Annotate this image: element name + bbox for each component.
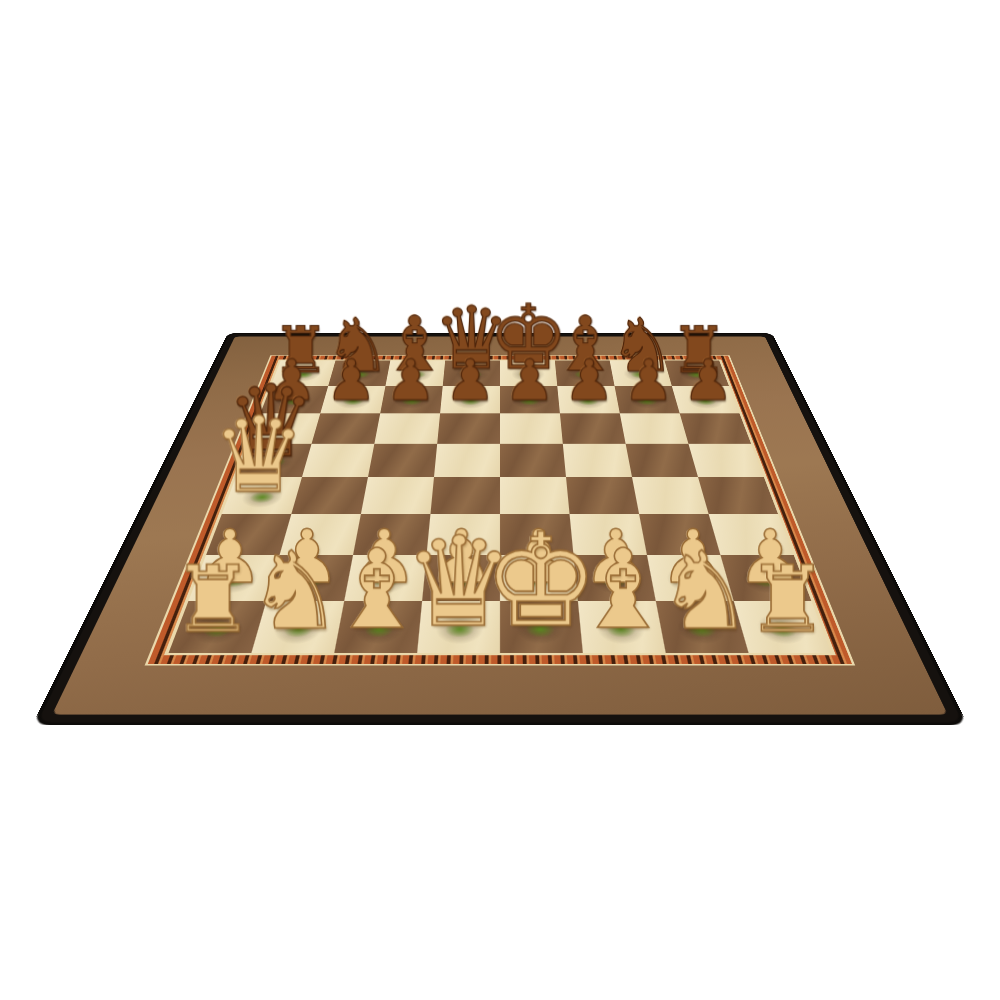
piece-white-bishop-f1[interactable]: ♝ bbox=[578, 601, 666, 653]
white-rook-icon: ♜ bbox=[746, 553, 828, 645]
product-photo: ♜♞♝♛♚♝♞♜♟♟♟♟♟♟♟♟♛♛♟♟♟♟♟♟♟♟♜♞♝♛♚♝♞♜ bbox=[0, 0, 1000, 1000]
white-rook-icon: ♜ bbox=[172, 553, 254, 645]
perspective-scene: ♜♞♝♛♚♝♞♜♟♟♟♟♟♟♟♟♛♛♟♟♟♟♟♟♟♟♜♞♝♛♚♝♞♜ bbox=[0, 0, 1000, 1000]
piece-white-queen-a4[interactable]: ♛ bbox=[222, 477, 302, 514]
white-knight-icon: ♞ bbox=[657, 538, 753, 645]
piece-white-king-e1[interactable]: ♚ bbox=[500, 601, 583, 653]
piece-white-rook-h1[interactable]: ♜ bbox=[734, 601, 832, 653]
white-queen-icon: ♛ bbox=[212, 404, 306, 509]
piece-white-knight-g1[interactable]: ♞ bbox=[656, 601, 749, 653]
chess-board: ♜♞♝♛♚♝♞♜♟♟♟♟♟♟♟♟♛♛♟♟♟♟♟♟♟♟♜♞♝♛♚♝♞♜ bbox=[37, 334, 962, 723]
